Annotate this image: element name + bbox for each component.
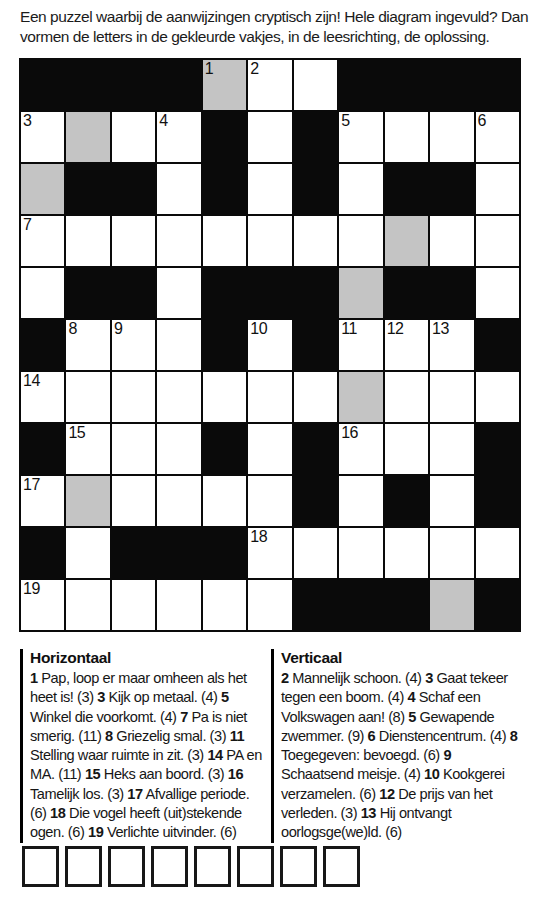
block-cell	[476, 476, 519, 526]
down-clues: Verticaal 2 Mannelijk schoon. (4) 3 Gaat…	[271, 649, 526, 843]
grid-cell[interactable]	[112, 372, 155, 422]
clue-index: 3	[97, 689, 105, 705]
clue-index: 8	[510, 728, 518, 744]
grid-cell[interactable]	[294, 372, 337, 422]
grid-cell[interactable]	[339, 164, 382, 214]
block-cell	[476, 320, 519, 370]
clue-number: 18	[250, 528, 267, 545]
clue-number: 7	[23, 216, 31, 233]
block-cell	[339, 60, 382, 110]
clue-index: 13	[361, 805, 376, 821]
clue-number: 6	[478, 112, 486, 129]
grid-cell[interactable]	[66, 216, 109, 266]
block-cell	[21, 424, 64, 474]
grid-cell[interactable]	[66, 580, 109, 630]
block-cell	[21, 528, 64, 578]
shaded-cell[interactable]	[339, 372, 382, 422]
clue-number: 11	[341, 320, 357, 337]
grid-cell[interactable]	[157, 268, 200, 318]
block-cell	[21, 60, 64, 110]
grid-cell[interactable]: 11	[339, 320, 382, 370]
clue-index: 9	[443, 747, 451, 763]
block-cell	[294, 424, 337, 474]
block-cell	[294, 112, 337, 162]
down-title: Verticaal	[281, 649, 526, 667]
grid-cell[interactable]	[339, 216, 382, 266]
grid-cell[interactable]	[203, 372, 246, 422]
solution-box[interactable]	[22, 846, 59, 887]
clue-index: 2	[281, 670, 289, 686]
clue-number: 2	[250, 60, 258, 77]
grid-cell[interactable]	[385, 424, 428, 474]
clue-index: 16	[228, 766, 243, 782]
grid-cell[interactable]	[430, 476, 473, 526]
grid-cell[interactable]: 3	[21, 112, 64, 162]
block-cell	[66, 268, 109, 318]
clue-index: 18	[50, 805, 65, 821]
clue-number: 5	[341, 112, 349, 129]
clue-number: 17	[23, 476, 40, 493]
clue-index: 7	[180, 709, 188, 725]
block-cell	[339, 580, 382, 630]
grid-cell[interactable]	[476, 268, 519, 318]
clue-index: 3	[425, 670, 433, 686]
clue-index: 11	[230, 728, 245, 744]
clue-number: 10	[250, 320, 267, 337]
grid-cell[interactable]: 16	[339, 424, 382, 474]
clue-index: 15	[85, 766, 100, 782]
clue-number: 15	[68, 424, 85, 441]
clue: 15 Heks aan boord. (3)	[85, 766, 228, 782]
grid-cell[interactable]	[157, 320, 200, 370]
block-cell	[203, 164, 246, 214]
clue-index: 6	[368, 728, 376, 744]
grid-cell[interactable]: 12	[385, 320, 428, 370]
grid-cell[interactable]: 8	[66, 320, 109, 370]
grid-cell[interactable]: 5	[339, 112, 382, 162]
grid-cell[interactable]	[248, 580, 291, 630]
grid-cell[interactable]	[248, 424, 291, 474]
grid-cell[interactable]	[476, 372, 519, 422]
clue-index: 10	[424, 766, 439, 782]
grid-cell[interactable]	[248, 112, 291, 162]
instructions-line-1: Een puzzel waarbij de aanwijzingen crypt…	[20, 8, 528, 25]
grid-cell[interactable]	[157, 580, 200, 630]
clue: 8 Griezelig smal. (3)	[105, 728, 230, 744]
grid-cell[interactable]: 14	[21, 372, 64, 422]
grid-cell[interactable]	[248, 476, 291, 526]
grid-cell[interactable]	[430, 112, 473, 162]
clue-number: 13	[432, 320, 449, 337]
puzzle-instructions: Een puzzel waarbij de aanwijzingen crypt…	[20, 7, 534, 47]
clue: 2 Mannelijk schoon. (4)	[281, 670, 425, 686]
block-cell	[385, 164, 428, 214]
grid-cell[interactable]	[430, 528, 473, 578]
clue: 19 Verlichte uitvinder. (6)	[88, 824, 236, 840]
grid-cell[interactable]: 17	[21, 476, 64, 526]
block-cell	[294, 164, 337, 214]
block-cell	[385, 268, 428, 318]
grid-cell[interactable]	[203, 580, 246, 630]
block-cell	[430, 268, 473, 318]
clue-index: 19	[88, 824, 103, 840]
block-cell	[112, 268, 155, 318]
grid-cell[interactable]	[66, 528, 109, 578]
block-cell	[66, 60, 109, 110]
clue: 6 Dienstencentrum. (4)	[368, 728, 510, 744]
shaded-cell[interactable]	[66, 476, 109, 526]
grid-cell[interactable]: 13	[430, 320, 473, 370]
grid-cell[interactable]	[385, 528, 428, 578]
grid-cell[interactable]	[21, 268, 64, 318]
grid-cell[interactable]	[203, 216, 246, 266]
clue-index: 12	[379, 786, 394, 802]
block-cell	[203, 424, 246, 474]
shaded-cell[interactable]	[430, 580, 473, 630]
solution-box[interactable]	[151, 846, 188, 887]
clue-index: 4	[407, 689, 415, 705]
grid-cell[interactable]	[430, 424, 473, 474]
grid-cell[interactable]	[157, 216, 200, 266]
across-clues-text: 1 Pap, loop er maar omheen als het heet …	[30, 669, 268, 843]
clue-index: 1	[30, 670, 38, 686]
grid-cell[interactable]: 15	[66, 424, 109, 474]
block-cell	[21, 320, 64, 370]
block-cell	[112, 164, 155, 214]
clue-index: 5	[221, 689, 229, 705]
clue-number: 9	[114, 320, 122, 337]
grid-cell[interactable]	[66, 372, 109, 422]
grid-cell[interactable]: 6	[476, 112, 519, 162]
grid-cell[interactable]	[203, 476, 246, 526]
clue-number: 3	[23, 112, 31, 129]
grid-cell[interactable]	[476, 216, 519, 266]
grid-cell[interactable]	[157, 476, 200, 526]
block-cell	[294, 268, 337, 318]
grid-cell[interactable]: 9	[112, 320, 155, 370]
grid-cell[interactable]	[430, 216, 473, 266]
block-cell	[112, 60, 155, 110]
grid-cell[interactable]	[248, 216, 291, 266]
block-cell	[157, 528, 200, 578]
block-cell	[294, 476, 337, 526]
clue-number: 16	[341, 424, 358, 441]
block-cell	[203, 320, 246, 370]
block-cell	[203, 528, 246, 578]
block-cell	[294, 580, 337, 630]
grid-cell[interactable]: 4	[157, 112, 200, 162]
clue-number: 12	[387, 320, 404, 337]
block-cell	[430, 60, 473, 110]
block-cell	[385, 60, 428, 110]
across-title: Horizontaal	[30, 649, 268, 667]
block-cell	[203, 112, 246, 162]
clue-number: 1	[205, 60, 213, 77]
crossword-grid: 12345678910111213141516171819	[19, 58, 521, 632]
across-clues: Horizontaal 1 Pap, loop er maar omheen a…	[20, 649, 268, 843]
instructions-line-2: vormen de letters in de gekleurde vakjes…	[20, 28, 489, 45]
grid-cell[interactable]: 10	[248, 320, 291, 370]
solution-box[interactable]	[237, 846, 274, 887]
down-clues-text: 2 Mannelijk schoon. (4) 3 Gaat tekeer te…	[281, 669, 526, 843]
clue-index: 17	[127, 786, 142, 802]
grid-cell[interactable]	[157, 424, 200, 474]
clue: 3 Kijk op metaal. (4)	[97, 689, 221, 705]
block-cell	[476, 60, 519, 110]
block-cell	[157, 60, 200, 110]
block-cell	[248, 268, 291, 318]
puzzle-page: Een puzzel waarbij de aanwijzingen crypt…	[0, 0, 538, 898]
clue-index: 5	[408, 709, 416, 725]
grid-cell[interactable]: 19	[21, 580, 64, 630]
grid-cell[interactable]	[294, 216, 337, 266]
grid-cell[interactable]	[157, 372, 200, 422]
clue-number: 19	[23, 580, 40, 597]
solution-box[interactable]	[194, 846, 231, 887]
block-cell	[66, 164, 109, 214]
block-cell	[430, 164, 473, 214]
solution-box[interactable]	[65, 846, 102, 887]
grid-cell[interactable]	[112, 476, 155, 526]
shaded-cell[interactable]	[21, 164, 64, 214]
block-cell	[112, 528, 155, 578]
shaded-cell[interactable]	[66, 112, 109, 162]
grid-cell[interactable]	[385, 112, 428, 162]
grid-cell[interactable]	[112, 424, 155, 474]
grid-cell[interactable]	[385, 372, 428, 422]
clue-number: 4	[159, 112, 167, 129]
block-cell	[203, 268, 246, 318]
grid-cell[interactable]: 18	[248, 528, 291, 578]
grid-cell[interactable]	[339, 528, 382, 578]
grid-cell[interactable]	[112, 580, 155, 630]
grid-cell[interactable]	[248, 164, 291, 214]
block-cell	[385, 476, 428, 526]
shaded-cell[interactable]	[385, 216, 428, 266]
clue-index: 14	[207, 747, 222, 763]
grid-cell[interactable]	[157, 164, 200, 214]
clue-index: 8	[105, 728, 113, 744]
grid-cell[interactable]	[294, 528, 337, 578]
grid-cell[interactable]	[476, 528, 519, 578]
grid-cell[interactable]	[476, 164, 519, 214]
grid-cell[interactable]	[112, 216, 155, 266]
shaded-cell[interactable]: 1	[203, 60, 246, 110]
block-cell	[476, 424, 519, 474]
solution-box[interactable]	[323, 846, 360, 887]
clue-number: 8	[68, 320, 76, 337]
block-cell	[385, 580, 428, 630]
grid-cell[interactable]: 7	[21, 216, 64, 266]
clue-number: 14	[23, 372, 40, 389]
grid-cell[interactable]	[294, 60, 337, 110]
grid-cell[interactable]	[248, 372, 291, 422]
grid-cell[interactable]	[112, 112, 155, 162]
block-cell	[476, 580, 519, 630]
solution-box[interactable]	[108, 846, 145, 887]
solution-box[interactable]	[280, 846, 317, 887]
shaded-cell[interactable]	[339, 268, 382, 318]
solution-boxes	[22, 846, 360, 887]
block-cell	[294, 320, 337, 370]
grid-cell[interactable]	[430, 372, 473, 422]
grid-cell[interactable]	[339, 476, 382, 526]
grid-cell[interactable]: 2	[248, 60, 291, 110]
